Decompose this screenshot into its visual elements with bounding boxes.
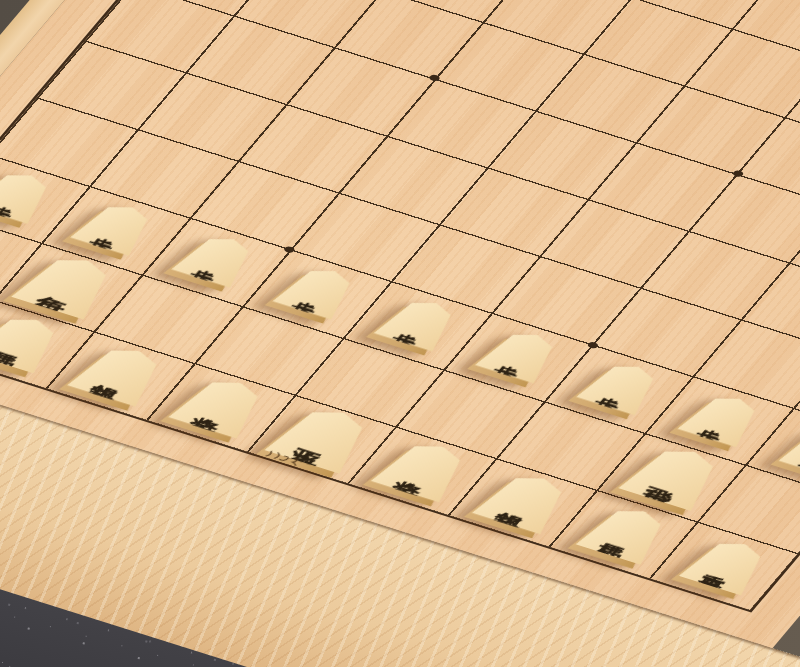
piece-kanji: 金将: [409, 463, 440, 476]
piece-kanji: 銀将: [510, 494, 541, 507]
piece-kanji: 歩兵: [507, 349, 534, 360]
piece-kanji: 歩兵: [710, 413, 737, 424]
piece-kanji: 桂馬: [5, 335, 34, 347]
piece-kanji: 玉将: [306, 430, 339, 444]
piece-kanji: 歩兵: [406, 317, 433, 328]
piece-kanji: 金将: [206, 399, 237, 412]
piece-kanji: 歩兵: [103, 221, 130, 232]
piece-kanji: 歩兵: [305, 285, 332, 296]
piece-kanji: 角行: [52, 278, 84, 292]
piece-kanji: 香車: [714, 559, 742, 571]
piece-kanji: 歩兵: [1, 190, 28, 201]
piece-kanji: 銀将: [105, 367, 136, 380]
shogi-board: 歩兵歩兵歩兵歩兵歩兵歩兵歩兵歩兵歩兵角行飛車香車桂馬銀将金将玉将金将銀将桂馬香車: [0, 0, 800, 648]
piece-kanji: 桂馬: [612, 527, 641, 539]
piece-kanji: 歩兵: [204, 253, 231, 264]
piece-kanji: 飛車: [659, 469, 691, 483]
piece-kanji: 歩兵: [609, 381, 636, 392]
photo-scene: 歩兵歩兵歩兵歩兵歩兵歩兵歩兵歩兵歩兵角行飛車香車桂馬銀将金将玉将金将銀将桂馬香車: [0, 0, 800, 667]
